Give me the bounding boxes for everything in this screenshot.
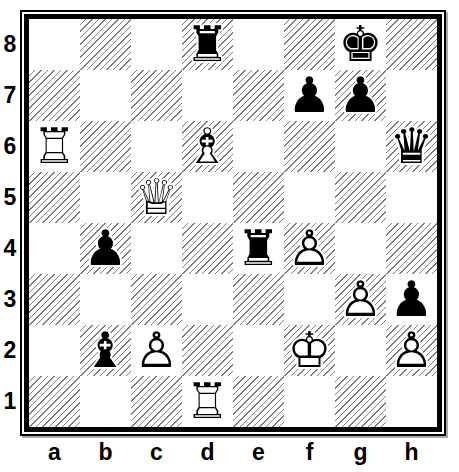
square-a3[interactable] bbox=[29, 274, 80, 325]
black-pawn-glyph: ♟ bbox=[284, 70, 335, 121]
white-bishop-piece[interactable]: ♝♗ bbox=[182, 121, 233, 172]
black-pawn-piece[interactable]: ♟♟ bbox=[386, 274, 437, 325]
black-rook-glyph: ♜ bbox=[233, 223, 284, 274]
square-d1[interactable]: ♜♖ bbox=[182, 376, 233, 427]
black-pawn-piece[interactable]: ♟♟ bbox=[284, 70, 335, 121]
square-d2[interactable] bbox=[182, 325, 233, 376]
file-label-g: g bbox=[335, 438, 386, 466]
square-e1[interactable] bbox=[233, 376, 284, 427]
square-h4[interactable] bbox=[386, 223, 437, 274]
white-bishop-glyph: ♗ bbox=[182, 121, 233, 172]
square-g5[interactable] bbox=[335, 172, 386, 223]
rank-label-4: 4 bbox=[0, 223, 20, 274]
file-label-e: e bbox=[233, 438, 284, 466]
square-c2[interactable]: ♟♙ bbox=[131, 325, 182, 376]
rank-label-2: 2 bbox=[0, 325, 20, 376]
black-king-piece[interactable]: ♚♚ bbox=[335, 19, 386, 70]
square-c8[interactable] bbox=[131, 19, 182, 70]
white-king-glyph: ♔ bbox=[284, 325, 335, 376]
square-g7[interactable]: ♟♟ bbox=[335, 70, 386, 121]
rank-label-6: 6 bbox=[0, 121, 20, 172]
square-b2[interactable]: ♝♝ bbox=[80, 325, 131, 376]
white-pawn-piece[interactable]: ♟♙ bbox=[335, 274, 386, 325]
square-g1[interactable] bbox=[335, 376, 386, 427]
file-label-h: h bbox=[386, 438, 437, 466]
white-pawn-glyph: ♙ bbox=[335, 274, 386, 325]
square-f1[interactable] bbox=[284, 376, 335, 427]
square-a7[interactable] bbox=[29, 70, 80, 121]
black-king-glyph: ♚ bbox=[335, 19, 386, 70]
rank-label-7: 7 bbox=[0, 70, 20, 121]
white-pawn-glyph: ♙ bbox=[386, 325, 437, 376]
square-f7[interactable]: ♟♟ bbox=[284, 70, 335, 121]
white-pawn-piece[interactable]: ♟♙ bbox=[386, 325, 437, 376]
square-e4[interactable]: ♜♜ bbox=[233, 223, 284, 274]
square-a1[interactable] bbox=[29, 376, 80, 427]
white-rook-piece[interactable]: ♜♖ bbox=[182, 376, 233, 427]
square-a8[interactable] bbox=[29, 19, 80, 70]
square-h6[interactable]: ♛♛ bbox=[386, 121, 437, 172]
rank-label-3: 3 bbox=[0, 274, 20, 325]
white-pawn-piece[interactable]: ♟♙ bbox=[284, 223, 335, 274]
black-rook-piece[interactable]: ♜♜ bbox=[233, 223, 284, 274]
black-pawn-glyph: ♟ bbox=[335, 70, 386, 121]
square-c3[interactable] bbox=[131, 274, 182, 325]
square-c1[interactable] bbox=[131, 376, 182, 427]
white-pawn-piece[interactable]: ♟♙ bbox=[131, 325, 182, 376]
black-bishop-glyph: ♝ bbox=[80, 325, 131, 376]
square-f5[interactable] bbox=[284, 172, 335, 223]
square-e5[interactable] bbox=[233, 172, 284, 223]
square-b1[interactable] bbox=[80, 376, 131, 427]
file-label-c: c bbox=[131, 438, 182, 466]
white-pawn-glyph: ♙ bbox=[131, 325, 182, 376]
square-g8[interactable]: ♚♚ bbox=[335, 19, 386, 70]
square-c5[interactable]: ♛♕ bbox=[131, 172, 182, 223]
rank-label-8: 8 bbox=[0, 19, 20, 70]
square-g3[interactable]: ♟♙ bbox=[335, 274, 386, 325]
white-queen-piece[interactable]: ♛♕ bbox=[131, 172, 182, 223]
white-king-piece[interactable]: ♚♔ bbox=[284, 325, 335, 376]
rank-label-1: 1 bbox=[0, 376, 20, 427]
black-rook-glyph: ♜ bbox=[182, 19, 233, 70]
square-h1[interactable] bbox=[386, 376, 437, 427]
square-a5[interactable] bbox=[29, 172, 80, 223]
square-h3[interactable]: ♟♟ bbox=[386, 274, 437, 325]
square-c6[interactable] bbox=[131, 121, 182, 172]
square-e7[interactable] bbox=[233, 70, 284, 121]
chess-board: ♜♜♚♚♟♟♟♟♜♖♝♗♛♛♛♕♟♟♜♜♟♙♟♙♟♟♝♝♟♙♚♔♟♙♜♖ bbox=[20, 10, 446, 436]
rank-label-5: 5 bbox=[0, 172, 20, 223]
black-queen-glyph: ♛ bbox=[386, 121, 437, 172]
square-f8[interactable] bbox=[284, 19, 335, 70]
square-a4[interactable] bbox=[29, 223, 80, 274]
file-label-d: d bbox=[182, 438, 233, 466]
chess-diagram-page: 87654321 ♜♜♚♚♟♟♟♟♜♖♝♗♛♛♛♕♟♟♜♜♟♙♟♙♟♟♝♝♟♙♚… bbox=[0, 0, 459, 472]
square-b6[interactable] bbox=[80, 121, 131, 172]
square-e6[interactable] bbox=[233, 121, 284, 172]
square-f2[interactable]: ♚♔ bbox=[284, 325, 335, 376]
square-e2[interactable] bbox=[233, 325, 284, 376]
white-rook-glyph: ♖ bbox=[182, 376, 233, 427]
square-b4[interactable]: ♟♟ bbox=[80, 223, 131, 274]
square-g2[interactable] bbox=[335, 325, 386, 376]
white-rook-piece[interactable]: ♜♖ bbox=[29, 121, 80, 172]
square-b7[interactable] bbox=[80, 70, 131, 121]
square-f3[interactable] bbox=[284, 274, 335, 325]
square-b3[interactable] bbox=[80, 274, 131, 325]
square-g4[interactable] bbox=[335, 223, 386, 274]
square-b8[interactable] bbox=[80, 19, 131, 70]
black-pawn-glyph: ♟ bbox=[386, 274, 437, 325]
square-e8[interactable] bbox=[233, 19, 284, 70]
square-a6[interactable]: ♜♖ bbox=[29, 121, 80, 172]
black-pawn-glyph: ♟ bbox=[80, 223, 131, 274]
square-h2[interactable]: ♟♙ bbox=[386, 325, 437, 376]
square-h8[interactable] bbox=[386, 19, 437, 70]
file-label-a: a bbox=[29, 438, 80, 466]
square-h7[interactable] bbox=[386, 70, 437, 121]
square-e3[interactable] bbox=[233, 274, 284, 325]
square-d7[interactable] bbox=[182, 70, 233, 121]
board-grid: ♜♜♚♚♟♟♟♟♜♖♝♗♛♛♛♕♟♟♜♜♟♙♟♙♟♟♝♝♟♙♚♔♟♙♜♖ bbox=[29, 19, 437, 427]
file-label-b: b bbox=[80, 438, 131, 466]
black-pawn-piece[interactable]: ♟♟ bbox=[335, 70, 386, 121]
square-a2[interactable] bbox=[29, 325, 80, 376]
white-queen-glyph: ♕ bbox=[131, 172, 182, 223]
file-label-f: f bbox=[284, 438, 335, 466]
square-d5[interactable] bbox=[182, 172, 233, 223]
square-h5[interactable] bbox=[386, 172, 437, 223]
square-g6[interactable] bbox=[335, 121, 386, 172]
black-rook-piece[interactable]: ♜♜ bbox=[182, 19, 233, 70]
square-d3[interactable] bbox=[182, 274, 233, 325]
square-d8[interactable]: ♜♜ bbox=[182, 19, 233, 70]
file-labels: abcdefgh bbox=[29, 438, 437, 466]
square-d4[interactable] bbox=[182, 223, 233, 274]
black-queen-piece[interactable]: ♛♛ bbox=[386, 121, 437, 172]
square-f4[interactable]: ♟♙ bbox=[284, 223, 335, 274]
square-d6[interactable]: ♝♗ bbox=[182, 121, 233, 172]
board-frame: ♜♜♚♚♟♟♟♟♜♖♝♗♛♛♛♕♟♟♜♜♟♙♟♙♟♟♝♝♟♙♚♔♟♙♜♖ bbox=[24, 14, 442, 432]
square-c7[interactable] bbox=[131, 70, 182, 121]
square-b5[interactable] bbox=[80, 172, 131, 223]
white-pawn-glyph: ♙ bbox=[284, 223, 335, 274]
square-c4[interactable] bbox=[131, 223, 182, 274]
square-f6[interactable] bbox=[284, 121, 335, 172]
white-rook-glyph: ♖ bbox=[29, 121, 80, 172]
black-pawn-piece[interactable]: ♟♟ bbox=[80, 223, 131, 274]
black-bishop-piece[interactable]: ♝♝ bbox=[80, 325, 131, 376]
